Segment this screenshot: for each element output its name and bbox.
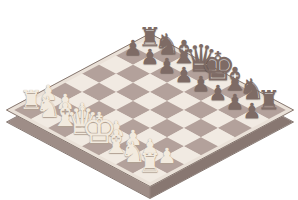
piece-black-rook: ♜ [138,26,162,50]
board-grid: ♜♞♝♛♚♝♞♜♟♟♟♟♟♟♟♟♟♟♟♟♟♟♟♟♜♞♝♛♚♝♞♜ [14,38,286,183]
board-top-face: ♜♞♝♛♚♝♞♜♟♟♟♟♟♟♟♟♟♟♟♟♟♟♟♟♜♞♝♛♚♝♞♜ [6,33,294,187]
chess-illustration: ♜♞♝♛♚♝♞♜♟♟♟♟♟♟♟♟♟♟♟♟♟♟♟♟♜♞♝♛♚♝♞♜ [0,0,298,200]
